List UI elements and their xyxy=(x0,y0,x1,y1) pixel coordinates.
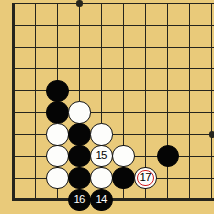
stones-grid: 15171614 xyxy=(2,0,214,211)
stone-white[interactable] xyxy=(90,167,112,189)
stone-white[interactable] xyxy=(46,123,68,145)
stone-black[interactable] xyxy=(46,101,68,123)
stone-black-move-16[interactable]: 16 xyxy=(68,189,90,211)
stone-white[interactable] xyxy=(90,123,112,145)
stone-white[interactable] xyxy=(46,145,68,167)
move-number-label: 15 xyxy=(96,150,107,162)
stone-black[interactable] xyxy=(46,80,68,102)
stone-black[interactable] xyxy=(157,145,179,167)
stone-black[interactable] xyxy=(68,145,90,167)
move-number-label: 17 xyxy=(140,172,151,184)
move-number-label: 16 xyxy=(73,194,84,206)
stone-white[interactable] xyxy=(112,145,134,167)
stone-white-move-15[interactable]: 15 xyxy=(90,145,112,167)
stone-black[interactable] xyxy=(112,167,134,189)
stone-white-move-17[interactable]: 17 xyxy=(134,167,156,189)
go-board-diagram[interactable]: 15171614 xyxy=(0,0,214,214)
stone-black[interactable] xyxy=(68,167,90,189)
stone-white[interactable] xyxy=(68,101,90,123)
stone-black-move-14[interactable]: 14 xyxy=(90,189,112,211)
stone-white[interactable] xyxy=(46,167,68,189)
move-number-label: 14 xyxy=(96,194,107,206)
stone-black[interactable] xyxy=(68,123,90,145)
